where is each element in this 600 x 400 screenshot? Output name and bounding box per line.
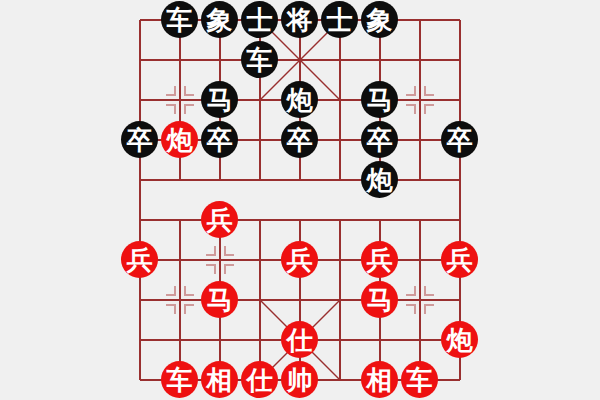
piece-black-horse[interactable]: 马 xyxy=(361,81,398,118)
piece-black-soldier[interactable]: 卒 xyxy=(281,121,318,158)
piece-black-chariot[interactable]: 车 xyxy=(161,1,198,38)
piece-black-chariot[interactable]: 车 xyxy=(241,41,278,78)
piece-red-horse[interactable]: 马 xyxy=(361,281,398,318)
piece-black-soldier[interactable]: 卒 xyxy=(121,121,158,158)
piece-black-soldier[interactable]: 卒 xyxy=(441,121,478,158)
piece-red-cannon[interactable]: 炮 xyxy=(161,121,198,158)
piece-red-soldier[interactable]: 兵 xyxy=(281,241,318,278)
piece-black-soldier[interactable]: 卒 xyxy=(361,121,398,158)
piece-black-general[interactable]: 将 xyxy=(281,1,318,38)
piece-red-chariot[interactable]: 车 xyxy=(401,361,438,398)
piece-red-advisor[interactable]: 仕 xyxy=(281,321,318,358)
piece-black-cannon[interactable]: 炮 xyxy=(281,81,318,118)
piece-black-horse[interactable]: 马 xyxy=(201,81,238,118)
piece-red-general[interactable]: 帅 xyxy=(281,361,318,398)
piece-red-elephant[interactable]: 相 xyxy=(201,361,238,398)
piece-red-advisor[interactable]: 仕 xyxy=(241,361,278,398)
piece-black-advisor[interactable]: 士 xyxy=(321,1,358,38)
piece-red-horse[interactable]: 马 xyxy=(201,281,238,318)
pieces-layer: 车象士将士象车马炮马卒炮卒卒卒卒炮兵兵兵兵兵马马仕炮车相仕帅相车 xyxy=(0,0,600,400)
xiangqi-app: 车象士将士象车马炮马卒炮卒卒卒卒炮兵兵兵兵兵马马仕炮车相仕帅相车 xyxy=(0,0,600,400)
piece-red-soldier[interactable]: 兵 xyxy=(121,241,158,278)
piece-red-soldier[interactable]: 兵 xyxy=(361,241,398,278)
piece-black-elephant[interactable]: 象 xyxy=(201,1,238,38)
piece-red-cannon[interactable]: 炮 xyxy=(441,321,478,358)
piece-red-soldier[interactable]: 兵 xyxy=(441,241,478,278)
piece-black-elephant[interactable]: 象 xyxy=(361,1,398,38)
piece-black-advisor[interactable]: 士 xyxy=(241,1,278,38)
piece-red-soldier[interactable]: 兵 xyxy=(201,201,238,238)
piece-black-soldier[interactable]: 卒 xyxy=(201,121,238,158)
piece-black-cannon[interactable]: 炮 xyxy=(361,161,398,198)
piece-red-elephant[interactable]: 相 xyxy=(361,361,398,398)
piece-red-chariot[interactable]: 车 xyxy=(161,361,198,398)
